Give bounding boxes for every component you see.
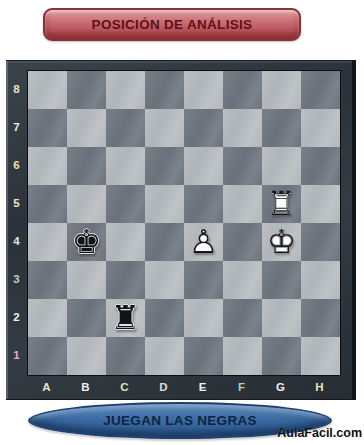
piece-black-king-b4[interactable]: ♚ xyxy=(67,223,106,261)
square-c6[interactable] xyxy=(106,147,145,185)
square-a7[interactable] xyxy=(28,109,67,147)
title-banner: POSICIÓN DE ANÁLISIS xyxy=(43,8,301,41)
square-f1[interactable] xyxy=(223,337,262,375)
file-labels: ABCDEFGH xyxy=(27,374,339,399)
rank-label-2: 2 xyxy=(6,298,27,336)
square-b8[interactable] xyxy=(67,71,106,109)
square-d2[interactable] xyxy=(145,299,184,337)
square-h8[interactable] xyxy=(301,71,340,109)
square-c1[interactable] xyxy=(106,337,145,375)
file-label-g: G xyxy=(261,374,300,399)
square-f8[interactable] xyxy=(223,71,262,109)
piece-outline-layer: ♔ xyxy=(262,223,301,261)
square-h1[interactable] xyxy=(301,337,340,375)
square-g1[interactable] xyxy=(262,337,301,375)
square-g3[interactable] xyxy=(262,261,301,299)
square-a3[interactable] xyxy=(28,261,67,299)
piece-black-rook-c2[interactable]: ♜ xyxy=(106,299,145,337)
file-label-h: H xyxy=(300,374,339,399)
rank-label-4: 4 xyxy=(6,222,27,260)
square-e8[interactable] xyxy=(184,71,223,109)
square-g5[interactable]: ♜♖ xyxy=(262,185,301,223)
rank-label-1: 1 xyxy=(6,336,27,374)
square-g6[interactable] xyxy=(262,147,301,185)
square-f3[interactable] xyxy=(223,261,262,299)
square-b5[interactable] xyxy=(67,185,106,223)
analysis-diagram: POSICIÓN DE ANÁLISIS 87654321 ♜♖♚♟♙♚♔♜ A… xyxy=(0,0,364,445)
rank-label-7: 7 xyxy=(6,108,27,146)
file-label-c: C xyxy=(105,374,144,399)
square-b6[interactable] xyxy=(67,147,106,185)
piece-white-pawn-e4[interactable]: ♟♙ xyxy=(184,223,223,261)
square-a1[interactable] xyxy=(28,337,67,375)
square-h4[interactable] xyxy=(301,223,340,261)
file-label-f: F xyxy=(222,374,261,399)
square-d6[interactable] xyxy=(145,147,184,185)
square-h3[interactable] xyxy=(301,261,340,299)
square-c2[interactable]: ♜ xyxy=(106,299,145,337)
square-g4[interactable]: ♚♔ xyxy=(262,223,301,261)
file-label-b: B xyxy=(66,374,105,399)
file-label-a: A xyxy=(27,374,66,399)
square-a2[interactable] xyxy=(28,299,67,337)
square-e7[interactable] xyxy=(184,109,223,147)
square-c8[interactable] xyxy=(106,71,145,109)
square-h5[interactable] xyxy=(301,185,340,223)
square-e6[interactable] xyxy=(184,147,223,185)
square-f4[interactable] xyxy=(223,223,262,261)
square-c7[interactable] xyxy=(106,109,145,147)
chess-board: ♜♖♚♟♙♚♔♜ xyxy=(27,70,341,376)
square-b3[interactable] xyxy=(67,261,106,299)
square-h6[interactable] xyxy=(301,147,340,185)
rank-label-5: 5 xyxy=(6,184,27,222)
square-h7[interactable] xyxy=(301,109,340,147)
square-b7[interactable] xyxy=(67,109,106,147)
piece-white-king-g4[interactable]: ♚♔ xyxy=(262,223,301,261)
title-banner-label: POSICIÓN DE ANÁLISIS xyxy=(92,17,253,32)
square-d4[interactable] xyxy=(145,223,184,261)
square-a8[interactable] xyxy=(28,71,67,109)
rank-label-3: 3 xyxy=(6,260,27,298)
square-f2[interactable] xyxy=(223,299,262,337)
square-f5[interactable] xyxy=(223,185,262,223)
square-a4[interactable] xyxy=(28,223,67,261)
square-h2[interactable] xyxy=(301,299,340,337)
piece-white-rook-g5[interactable]: ♜♖ xyxy=(262,185,301,223)
square-d8[interactable] xyxy=(145,71,184,109)
square-g2[interactable] xyxy=(262,299,301,337)
square-e5[interactable] xyxy=(184,185,223,223)
file-label-e: E xyxy=(183,374,222,399)
file-label-d: D xyxy=(144,374,183,399)
square-a6[interactable] xyxy=(28,147,67,185)
chess-board-frame: 87654321 ♜♖♚♟♙♚♔♜ ABCDEFGH xyxy=(6,60,356,400)
square-b4[interactable]: ♚ xyxy=(67,223,106,261)
square-c3[interactable] xyxy=(106,261,145,299)
piece-outline-layer: ♖ xyxy=(262,185,301,223)
watermark: AulaFacil.com xyxy=(277,426,362,440)
square-d7[interactable] xyxy=(145,109,184,147)
turn-banner-label: JUEGAN LAS NEGRAS xyxy=(103,413,257,428)
square-e3[interactable] xyxy=(184,261,223,299)
square-f6[interactable] xyxy=(223,147,262,185)
square-f7[interactable] xyxy=(223,109,262,147)
rank-label-6: 6 xyxy=(6,146,27,184)
square-b2[interactable] xyxy=(67,299,106,337)
square-c5[interactable] xyxy=(106,185,145,223)
square-d3[interactable] xyxy=(145,261,184,299)
square-d1[interactable] xyxy=(145,337,184,375)
square-d5[interactable] xyxy=(145,185,184,223)
rank-labels: 87654321 xyxy=(6,70,27,374)
square-c4[interactable] xyxy=(106,223,145,261)
square-e1[interactable] xyxy=(184,337,223,375)
piece-outline-layer: ♙ xyxy=(184,223,223,261)
square-e2[interactable] xyxy=(184,299,223,337)
square-g8[interactable] xyxy=(262,71,301,109)
square-g7[interactable] xyxy=(262,109,301,147)
square-a5[interactable] xyxy=(28,185,67,223)
rank-label-8: 8 xyxy=(6,70,27,108)
square-b1[interactable] xyxy=(67,337,106,375)
square-e4[interactable]: ♟♙ xyxy=(184,223,223,261)
